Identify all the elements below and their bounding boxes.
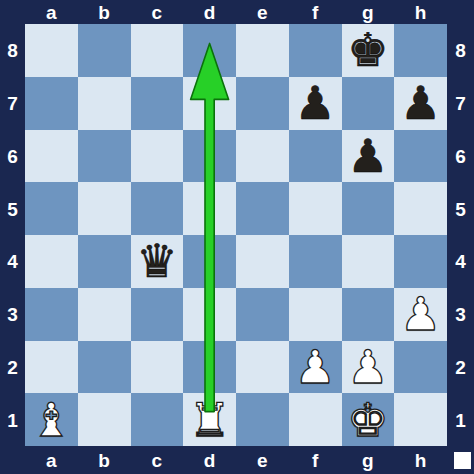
rank-label-left-3: 3 bbox=[7, 305, 18, 324]
square-f6[interactable] bbox=[289, 130, 342, 183]
square-a5[interactable] bbox=[25, 182, 78, 235]
square-d3[interactable] bbox=[183, 288, 236, 341]
square-b6[interactable] bbox=[78, 130, 131, 183]
file-label-top-e: e bbox=[257, 3, 268, 22]
square-h7[interactable]: ♟ bbox=[394, 77, 447, 130]
square-g6[interactable]: ♟ bbox=[342, 130, 395, 183]
rank-label-right-8: 8 bbox=[455, 41, 466, 60]
file-label-bottom-c: c bbox=[152, 451, 163, 470]
rank-label-right-5: 5 bbox=[455, 199, 466, 218]
square-f8[interactable] bbox=[289, 24, 342, 77]
square-d6[interactable] bbox=[183, 130, 236, 183]
square-a6[interactable] bbox=[25, 130, 78, 183]
square-f5[interactable] bbox=[289, 182, 342, 235]
chess-app: ♚♟♟♟♛♟♟♟♝♜♚ aabbccddeeffgghh887766554433… bbox=[0, 0, 474, 474]
square-d4[interactable] bbox=[183, 235, 236, 288]
piece-white-bishop[interactable]: ♝ bbox=[31, 397, 72, 443]
file-label-top-d: d bbox=[204, 3, 216, 22]
square-f1[interactable] bbox=[289, 393, 342, 446]
rank-label-left-7: 7 bbox=[7, 94, 18, 113]
square-a3[interactable] bbox=[25, 288, 78, 341]
square-b4[interactable] bbox=[78, 235, 131, 288]
rank-label-left-8: 8 bbox=[7, 41, 18, 60]
square-g2[interactable]: ♟ bbox=[342, 341, 395, 394]
square-g7[interactable] bbox=[342, 77, 395, 130]
square-c2[interactable] bbox=[131, 341, 184, 394]
square-e2[interactable] bbox=[236, 341, 289, 394]
piece-black-pawn[interactable]: ♟ bbox=[295, 80, 336, 126]
square-e8[interactable] bbox=[236, 24, 289, 77]
square-d1[interactable]: ♜ bbox=[183, 393, 236, 446]
square-e4[interactable] bbox=[236, 235, 289, 288]
file-label-bottom-f: f bbox=[312, 451, 318, 470]
piece-black-king[interactable]: ♚ bbox=[347, 27, 388, 73]
square-a2[interactable] bbox=[25, 341, 78, 394]
square-c5[interactable] bbox=[131, 182, 184, 235]
square-f3[interactable] bbox=[289, 288, 342, 341]
square-h4[interactable] bbox=[394, 235, 447, 288]
square-b1[interactable] bbox=[78, 393, 131, 446]
square-h8[interactable] bbox=[394, 24, 447, 77]
piece-black-pawn[interactable]: ♟ bbox=[347, 133, 388, 179]
square-h5[interactable] bbox=[394, 182, 447, 235]
file-label-top-a: a bbox=[46, 3, 57, 22]
piece-black-queen[interactable]: ♛ bbox=[136, 238, 177, 284]
square-g8[interactable]: ♚ bbox=[342, 24, 395, 77]
piece-black-pawn[interactable]: ♟ bbox=[400, 80, 441, 126]
file-label-bottom-a: a bbox=[46, 451, 57, 470]
square-e1[interactable] bbox=[236, 393, 289, 446]
square-b8[interactable] bbox=[78, 24, 131, 77]
square-g4[interactable] bbox=[342, 235, 395, 288]
file-label-top-f: f bbox=[312, 3, 318, 22]
square-c3[interactable] bbox=[131, 288, 184, 341]
rank-label-left-1: 1 bbox=[7, 410, 18, 429]
square-d2[interactable] bbox=[183, 341, 236, 394]
square-e3[interactable] bbox=[236, 288, 289, 341]
square-g3[interactable] bbox=[342, 288, 395, 341]
rank-label-left-6: 6 bbox=[7, 146, 18, 165]
square-g5[interactable] bbox=[342, 182, 395, 235]
square-h1[interactable] bbox=[394, 393, 447, 446]
rank-label-left-5: 5 bbox=[7, 199, 18, 218]
square-c1[interactable] bbox=[131, 393, 184, 446]
square-h3[interactable]: ♟ bbox=[394, 288, 447, 341]
square-d8[interactable] bbox=[183, 24, 236, 77]
file-label-top-g: g bbox=[362, 3, 374, 22]
file-label-bottom-b: b bbox=[98, 451, 110, 470]
rank-label-right-1: 1 bbox=[455, 410, 466, 429]
square-h2[interactable] bbox=[394, 341, 447, 394]
square-d7[interactable] bbox=[183, 77, 236, 130]
piece-white-king[interactable]: ♚ bbox=[347, 397, 388, 443]
piece-white-pawn[interactable]: ♟ bbox=[400, 291, 441, 337]
square-b7[interactable] bbox=[78, 77, 131, 130]
rank-label-right-7: 7 bbox=[455, 94, 466, 113]
file-label-bottom-g: g bbox=[362, 451, 374, 470]
file-label-top-c: c bbox=[152, 3, 163, 22]
square-a1[interactable]: ♝ bbox=[25, 393, 78, 446]
piece-white-pawn[interactable]: ♟ bbox=[347, 344, 388, 390]
square-d5[interactable] bbox=[183, 182, 236, 235]
square-f7[interactable]: ♟ bbox=[289, 77, 342, 130]
square-c4[interactable]: ♛ bbox=[131, 235, 184, 288]
piece-white-pawn[interactable]: ♟ bbox=[295, 344, 336, 390]
rank-label-left-2: 2 bbox=[7, 357, 18, 376]
file-label-bottom-e: e bbox=[257, 451, 268, 470]
square-c8[interactable] bbox=[131, 24, 184, 77]
file-label-bottom-h: h bbox=[415, 451, 427, 470]
square-a4[interactable] bbox=[25, 235, 78, 288]
square-a8[interactable] bbox=[25, 24, 78, 77]
square-b3[interactable] bbox=[78, 288, 131, 341]
file-label-top-h: h bbox=[415, 3, 427, 22]
square-e5[interactable] bbox=[236, 182, 289, 235]
square-h6[interactable] bbox=[394, 130, 447, 183]
rank-label-right-3: 3 bbox=[455, 305, 466, 324]
square-c7[interactable] bbox=[131, 77, 184, 130]
rank-label-right-6: 6 bbox=[455, 146, 466, 165]
square-f2[interactable]: ♟ bbox=[289, 341, 342, 394]
square-a7[interactable] bbox=[25, 77, 78, 130]
square-b5[interactable] bbox=[78, 182, 131, 235]
side-to-move-indicator bbox=[454, 452, 471, 469]
file-label-top-b: b bbox=[98, 3, 110, 22]
square-f4[interactable] bbox=[289, 235, 342, 288]
square-g1[interactable]: ♚ bbox=[342, 393, 395, 446]
rank-label-right-4: 4 bbox=[455, 252, 466, 271]
square-b2[interactable] bbox=[78, 341, 131, 394]
square-e7[interactable] bbox=[236, 77, 289, 130]
piece-white-rook[interactable]: ♜ bbox=[189, 397, 230, 443]
rank-label-right-2: 2 bbox=[455, 357, 466, 376]
square-e6[interactable] bbox=[236, 130, 289, 183]
rank-label-left-4: 4 bbox=[7, 252, 18, 271]
square-c6[interactable] bbox=[131, 130, 184, 183]
file-label-bottom-d: d bbox=[204, 451, 216, 470]
chess-board: ♚♟♟♟♛♟♟♟♝♜♚ bbox=[25, 24, 447, 446]
